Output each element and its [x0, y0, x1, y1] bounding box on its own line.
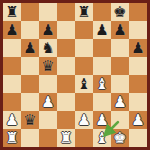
piece-white-pawn[interactable]: ♟: [41, 93, 54, 111]
square-b3[interactable]: [21, 93, 39, 111]
chess-app: ♜♜♚♟♟♟♟♟♞♟♛♝♝♟♟♟♛♟♟♟♜♜♝♚: [0, 0, 150, 150]
square-d8[interactable]: [57, 3, 75, 21]
square-e6[interactable]: [75, 39, 93, 57]
square-g7[interactable]: ♟: [111, 21, 129, 39]
piece-white-rook[interactable]: ♜: [5, 129, 18, 147]
piece-white-bishop[interactable]: ♝: [95, 129, 108, 147]
square-c6[interactable]: ♞: [39, 39, 57, 57]
square-d5[interactable]: [57, 57, 75, 75]
square-c1[interactable]: [39, 129, 57, 147]
square-f7[interactable]: ♟: [93, 21, 111, 39]
square-h1[interactable]: [129, 129, 147, 147]
square-a4[interactable]: [3, 75, 21, 93]
piece-black-bishop[interactable]: ♝: [77, 75, 90, 93]
piece-white-pawn[interactable]: ♟: [5, 111, 18, 129]
square-a2[interactable]: ♟: [3, 111, 21, 129]
piece-black-knight[interactable]: ♞: [41, 39, 54, 57]
square-b6[interactable]: ♟: [21, 39, 39, 57]
piece-white-bishop[interactable]: ♝: [95, 75, 108, 93]
square-d7[interactable]: [57, 21, 75, 39]
piece-black-pawn[interactable]: ♟: [23, 39, 36, 57]
square-g5[interactable]: [111, 57, 129, 75]
square-h7[interactable]: [129, 21, 147, 39]
square-c3[interactable]: ♟: [39, 93, 57, 111]
square-e2[interactable]: ♟: [75, 111, 93, 129]
piece-black-queen[interactable]: ♛: [41, 57, 54, 75]
square-g6[interactable]: [111, 39, 129, 57]
square-b8[interactable]: [21, 3, 39, 21]
square-h6[interactable]: ♟: [129, 39, 147, 57]
square-f3[interactable]: [93, 93, 111, 111]
square-e8[interactable]: ♜: [75, 3, 93, 21]
chess-board[interactable]: ♜♜♚♟♟♟♟♟♞♟♛♝♝♟♟♟♛♟♟♟♜♜♝♚: [3, 3, 147, 147]
piece-black-king[interactable]: ♚: [113, 3, 126, 21]
piece-black-pawn[interactable]: ♟: [41, 21, 54, 39]
square-e5[interactable]: [75, 57, 93, 75]
piece-white-pawn[interactable]: ♟: [131, 111, 144, 129]
piece-white-pawn[interactable]: ♟: [77, 111, 90, 129]
square-d1[interactable]: ♜: [57, 129, 75, 147]
piece-black-pawn[interactable]: ♟: [5, 21, 18, 39]
square-e1[interactable]: [75, 129, 93, 147]
square-h2[interactable]: ♟: [129, 111, 147, 129]
square-g2[interactable]: [111, 111, 129, 129]
square-a8[interactable]: ♜: [3, 3, 21, 21]
square-h4[interactable]: [129, 75, 147, 93]
square-h3[interactable]: [129, 93, 147, 111]
square-h5[interactable]: [129, 57, 147, 75]
square-c5[interactable]: ♛: [39, 57, 57, 75]
square-g8[interactable]: ♚: [111, 3, 129, 21]
square-c8[interactable]: [39, 3, 57, 21]
square-f8[interactable]: [93, 3, 111, 21]
piece-white-king[interactable]: ♚: [113, 129, 126, 147]
square-c7[interactable]: ♟: [39, 21, 57, 39]
square-c4[interactable]: [39, 75, 57, 93]
square-e7[interactable]: [75, 21, 93, 39]
piece-black-pawn[interactable]: ♟: [95, 21, 108, 39]
square-d6[interactable]: [57, 39, 75, 57]
square-g1[interactable]: ♚: [111, 129, 129, 147]
piece-white-pawn[interactable]: ♟: [95, 111, 108, 129]
square-b7[interactable]: [21, 21, 39, 39]
square-h8[interactable]: [129, 3, 147, 21]
piece-black-queen[interactable]: ♛: [23, 111, 36, 129]
square-e4[interactable]: ♝: [75, 75, 93, 93]
square-a7[interactable]: ♟: [3, 21, 21, 39]
piece-white-rook[interactable]: ♜: [59, 129, 72, 147]
square-b4[interactable]: [21, 75, 39, 93]
square-d3[interactable]: [57, 93, 75, 111]
square-d2[interactable]: [57, 111, 75, 129]
square-e3[interactable]: [75, 93, 93, 111]
piece-black-pawn[interactable]: ♟: [113, 21, 126, 39]
piece-white-pawn[interactable]: ♟: [113, 93, 126, 111]
square-b1[interactable]: [21, 129, 39, 147]
square-a3[interactable]: [3, 93, 21, 111]
piece-black-pawn[interactable]: ♟: [131, 39, 144, 57]
square-a1[interactable]: ♜: [3, 129, 21, 147]
square-b2[interactable]: ♛: [21, 111, 39, 129]
square-f6[interactable]: [93, 39, 111, 57]
square-a5[interactable]: [3, 57, 21, 75]
square-b5[interactable]: [21, 57, 39, 75]
square-f5[interactable]: [93, 57, 111, 75]
square-a6[interactable]: [3, 39, 21, 57]
piece-black-rook[interactable]: ♜: [77, 3, 90, 21]
square-g4[interactable]: [111, 75, 129, 93]
square-f4[interactable]: ♝: [93, 75, 111, 93]
board-frame: ♜♜♚♟♟♟♟♟♞♟♛♝♝♟♟♟♛♟♟♟♜♜♝♚: [0, 0, 150, 150]
piece-black-rook[interactable]: ♜: [5, 3, 18, 21]
square-f1[interactable]: ♝: [93, 129, 111, 147]
square-c2[interactable]: [39, 111, 57, 129]
square-g3[interactable]: ♟: [111, 93, 129, 111]
square-d4[interactable]: [57, 75, 75, 93]
square-f2[interactable]: ♟: [93, 111, 111, 129]
